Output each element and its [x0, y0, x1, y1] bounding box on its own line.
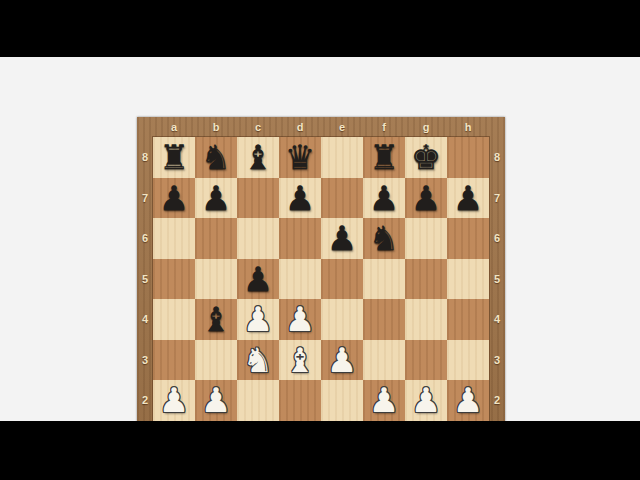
- rank-label-2: 2: [489, 380, 505, 421]
- black-pawn-f7: ♟: [369, 181, 399, 215]
- rank-labels-right: 87654321: [489, 137, 505, 461]
- black-queen-d8: ♛: [285, 140, 315, 174]
- black-pawn-a7: ♟: [159, 181, 189, 215]
- square-g5[interactable]: [405, 259, 447, 300]
- square-c6[interactable]: [237, 218, 279, 259]
- file-label-g: g: [405, 117, 447, 137]
- square-h3[interactable]: [447, 340, 489, 381]
- square-h8[interactable]: [447, 137, 489, 178]
- white-pawn-b2: ♟: [201, 383, 231, 417]
- square-d6[interactable]: [279, 218, 321, 259]
- rank-label-4: 4: [137, 299, 153, 340]
- content-background: abcdefgh 87654321 ♜♞♝♛♜♚♟♟♟♟♟♟♟♞♟♝♟♟♞♝♟♟…: [0, 57, 640, 421]
- square-e3[interactable]: ♟: [321, 340, 363, 381]
- square-e4[interactable]: [321, 299, 363, 340]
- rank-label-7: 7: [489, 178, 505, 219]
- black-pawn-c5: ♟: [243, 262, 273, 296]
- white-knight-c3: ♞: [243, 343, 273, 377]
- square-a7[interactable]: ♟: [153, 178, 195, 219]
- black-pawn-g7: ♟: [411, 181, 441, 215]
- file-label-e: e: [321, 117, 363, 137]
- square-f3[interactable]: [363, 340, 405, 381]
- rank-label-2: 2: [137, 380, 153, 421]
- square-h6[interactable]: [447, 218, 489, 259]
- rank-label-7: 7: [137, 178, 153, 219]
- file-label-d: d: [279, 117, 321, 137]
- square-h7[interactable]: ♟: [447, 178, 489, 219]
- square-g7[interactable]: ♟: [405, 178, 447, 219]
- square-e5[interactable]: [321, 259, 363, 300]
- square-e8[interactable]: [321, 137, 363, 178]
- file-label-c: c: [237, 117, 279, 137]
- black-rook-f8: ♜: [369, 140, 399, 174]
- square-b8[interactable]: ♞: [195, 137, 237, 178]
- square-f2[interactable]: ♟: [363, 380, 405, 421]
- square-h2[interactable]: ♟: [447, 380, 489, 421]
- square-g6[interactable]: [405, 218, 447, 259]
- white-pawn-g2: ♟: [411, 383, 441, 417]
- black-knight-b8: ♞: [201, 140, 231, 174]
- white-pawn-a2: ♟: [159, 383, 189, 417]
- square-h4[interactable]: [447, 299, 489, 340]
- rank-labels-left: 87654321: [137, 137, 153, 461]
- rank-label-3: 3: [137, 340, 153, 381]
- square-e6[interactable]: ♟: [321, 218, 363, 259]
- rank-label-6: 6: [489, 218, 505, 259]
- square-b7[interactable]: ♟: [195, 178, 237, 219]
- square-a3[interactable]: [153, 340, 195, 381]
- board-grid: ♜♞♝♛♜♚♟♟♟♟♟♟♟♞♟♝♟♟♞♝♟♟♟♟♟♟♜♝♛♚♞♜: [153, 137, 489, 461]
- square-b4[interactable]: ♝: [195, 299, 237, 340]
- square-f5[interactable]: [363, 259, 405, 300]
- black-king-g8: ♚: [411, 140, 441, 174]
- square-a6[interactable]: [153, 218, 195, 259]
- square-a2[interactable]: ♟: [153, 380, 195, 421]
- square-g2[interactable]: ♟: [405, 380, 447, 421]
- rank-label-6: 6: [137, 218, 153, 259]
- file-label-a: a: [153, 117, 195, 137]
- square-g4[interactable]: [405, 299, 447, 340]
- white-pawn-f2: ♟: [369, 383, 399, 417]
- file-label-b: b: [195, 117, 237, 137]
- white-pawn-d4: ♟: [285, 302, 315, 336]
- rank-label-5: 5: [137, 259, 153, 300]
- square-d7[interactable]: ♟: [279, 178, 321, 219]
- white-pawn-c4: ♟: [243, 302, 273, 336]
- square-f4[interactable]: [363, 299, 405, 340]
- square-g8[interactable]: ♚: [405, 137, 447, 178]
- square-c8[interactable]: ♝: [237, 137, 279, 178]
- square-a4[interactable]: [153, 299, 195, 340]
- square-g3[interactable]: [405, 340, 447, 381]
- rank-label-8: 8: [489, 137, 505, 178]
- rank-label-8: 8: [137, 137, 153, 178]
- square-d8[interactable]: ♛: [279, 137, 321, 178]
- letterbox-top: [0, 0, 640, 57]
- rank-label-4: 4: [489, 299, 505, 340]
- square-c4[interactable]: ♟: [237, 299, 279, 340]
- black-pawn-e6: ♟: [327, 221, 357, 255]
- square-c7[interactable]: [237, 178, 279, 219]
- square-b2[interactable]: ♟: [195, 380, 237, 421]
- black-bishop-b4: ♝: [201, 302, 231, 336]
- square-d5[interactable]: [279, 259, 321, 300]
- square-f6[interactable]: ♞: [363, 218, 405, 259]
- black-pawn-d7: ♟: [285, 181, 315, 215]
- black-knight-f6: ♞: [369, 221, 399, 255]
- white-pawn-h2: ♟: [453, 383, 483, 417]
- file-label-h: h: [447, 117, 489, 137]
- rank-label-5: 5: [489, 259, 505, 300]
- square-c3[interactable]: ♞: [237, 340, 279, 381]
- square-a8[interactable]: ♜: [153, 137, 195, 178]
- square-c5[interactable]: ♟: [237, 259, 279, 300]
- black-rook-a8: ♜: [159, 140, 189, 174]
- square-d3[interactable]: ♝: [279, 340, 321, 381]
- square-d2[interactable]: [279, 380, 321, 421]
- square-b5[interactable]: [195, 259, 237, 300]
- letterbox-bottom: [0, 421, 640, 480]
- file-labels-top: abcdefgh: [153, 117, 489, 137]
- white-pawn-e3: ♟: [327, 343, 357, 377]
- square-e7[interactable]: [321, 178, 363, 219]
- rank-label-3: 3: [489, 340, 505, 381]
- square-b6[interactable]: [195, 218, 237, 259]
- black-bishop-c8: ♝: [243, 140, 273, 174]
- square-h5[interactable]: [447, 259, 489, 300]
- square-f8[interactable]: ♜: [363, 137, 405, 178]
- black-pawn-h7: ♟: [453, 181, 483, 215]
- file-label-f: f: [363, 117, 405, 137]
- square-f7[interactable]: ♟: [363, 178, 405, 219]
- square-c2[interactable]: [237, 380, 279, 421]
- square-b3[interactable]: [195, 340, 237, 381]
- square-e2[interactable]: [321, 380, 363, 421]
- white-bishop-d3: ♝: [285, 343, 315, 377]
- square-a5[interactable]: [153, 259, 195, 300]
- black-pawn-b7: ♟: [201, 181, 231, 215]
- square-d4[interactable]: ♟: [279, 299, 321, 340]
